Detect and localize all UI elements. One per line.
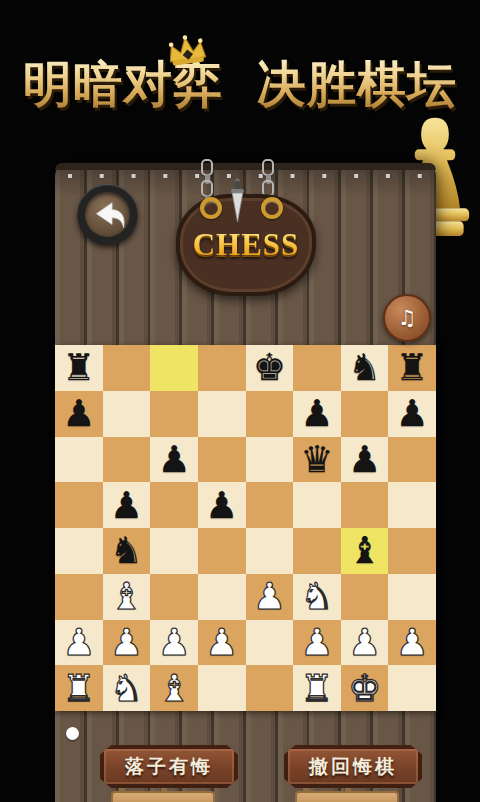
music-note-icon: ♫ — [398, 306, 417, 330]
square-f8[interactable] — [293, 345, 341, 391]
crown-icon — [164, 31, 211, 72]
undo-move-label: 撤回悔棋 — [309, 754, 397, 780]
square-g1[interactable]: ♚ — [341, 665, 389, 711]
square-h5[interactable] — [388, 482, 436, 528]
square-d8[interactable] — [198, 345, 246, 391]
piece-white-pawn[interactable]: ♟ — [293, 620, 341, 666]
piece-black-knight[interactable]: ♞ — [341, 345, 389, 391]
piece-white-king[interactable]: ♚ — [341, 665, 389, 711]
square-b1[interactable]: ♞ — [103, 665, 151, 711]
square-g8[interactable]: ♞ — [341, 345, 389, 391]
square-c6[interactable]: ♟ — [150, 437, 198, 483]
undo-allowed-label: 落子有悔 — [125, 754, 213, 780]
square-c5[interactable] — [150, 482, 198, 528]
square-g6[interactable]: ♟ — [341, 437, 389, 483]
square-b7[interactable] — [103, 391, 151, 437]
chess-board[interactable]: ♜♚♞♜♟♟♟♟♛♟♟♟♞♝♝♟♞♟♟♟♟♟♟♟♜♞♝♜♚ — [55, 345, 436, 711]
square-a6[interactable] — [55, 437, 103, 483]
piece-white-rook[interactable]: ♜ — [55, 665, 103, 711]
square-f5[interactable] — [293, 482, 341, 528]
square-e8[interactable]: ♚ — [246, 345, 294, 391]
piece-black-pawn[interactable]: ♟ — [150, 437, 198, 483]
move-indicator-dot — [66, 727, 79, 740]
piece-black-pawn[interactable]: ♟ — [341, 437, 389, 483]
piece-black-pawn[interactable]: ♟ — [55, 391, 103, 437]
square-f1[interactable]: ♜ — [293, 665, 341, 711]
back-arrow-icon — [87, 196, 129, 234]
square-f3[interactable]: ♞ — [293, 574, 341, 620]
square-h4[interactable] — [388, 528, 436, 574]
next-row-button-right-partial[interactable] — [295, 791, 399, 802]
square-b6[interactable] — [103, 437, 151, 483]
square-g4[interactable]: ♝ — [341, 528, 389, 574]
square-e2[interactable] — [246, 620, 294, 666]
game-title: 明暗对弈 决胜棋坛 — [0, 52, 480, 118]
square-a3[interactable] — [55, 574, 103, 620]
piece-black-rook[interactable]: ♜ — [55, 345, 103, 391]
music-button[interactable]: ♫ — [383, 294, 431, 342]
sign-ring-right-icon — [261, 197, 283, 219]
square-b3[interactable]: ♝ — [103, 574, 151, 620]
chess-sign-label: CHESS — [193, 227, 300, 263]
square-f7[interactable]: ♟ — [293, 391, 341, 437]
square-e4[interactable] — [246, 528, 294, 574]
square-g3[interactable] — [341, 574, 389, 620]
square-d1[interactable] — [198, 665, 246, 711]
piece-black-pawn[interactable]: ♟ — [103, 482, 151, 528]
piece-black-rook[interactable]: ♜ — [388, 345, 436, 391]
sign-ring-left-icon — [200, 197, 222, 219]
square-a2[interactable]: ♟ — [55, 620, 103, 666]
piece-black-king[interactable]: ♚ — [246, 345, 294, 391]
square-b4[interactable]: ♞ — [103, 528, 151, 574]
square-e5[interactable] — [246, 482, 294, 528]
piece-white-pawn[interactable]: ♟ — [388, 620, 436, 666]
piece-white-pawn[interactable]: ♟ — [150, 620, 198, 666]
square-e1[interactable] — [246, 665, 294, 711]
square-a1[interactable]: ♜ — [55, 665, 103, 711]
piece-black-queen[interactable]: ♛ — [293, 437, 341, 483]
square-d4[interactable] — [198, 528, 246, 574]
square-h6[interactable] — [388, 437, 436, 483]
next-row-button-left-partial[interactable] — [111, 791, 215, 802]
chess-sign: CHESS — [176, 194, 316, 296]
piece-white-pawn[interactable]: ♟ — [55, 620, 103, 666]
square-c7[interactable] — [150, 391, 198, 437]
square-d2[interactable]: ♟ — [198, 620, 246, 666]
square-c1[interactable]: ♝ — [150, 665, 198, 711]
piece-white-pawn[interactable]: ♟ — [246, 574, 294, 620]
piece-white-bishop[interactable]: ♝ — [103, 574, 151, 620]
nail-row — [61, 172, 434, 180]
square-h2[interactable]: ♟ — [388, 620, 436, 666]
square-d5[interactable]: ♟ — [198, 482, 246, 528]
piece-white-pawn[interactable]: ♟ — [341, 620, 389, 666]
app-screen: 明暗对弈 决胜棋坛 — [0, 0, 480, 802]
square-b2[interactable]: ♟ — [103, 620, 151, 666]
piece-white-rook[interactable]: ♜ — [293, 665, 341, 711]
dagger-icon — [229, 178, 246, 226]
square-c3[interactable] — [150, 574, 198, 620]
piece-black-bishop[interactable]: ♝ — [341, 528, 389, 574]
square-f4[interactable] — [293, 528, 341, 574]
square-f2[interactable]: ♟ — [293, 620, 341, 666]
square-f6[interactable]: ♛ — [293, 437, 341, 483]
square-d3[interactable] — [198, 574, 246, 620]
piece-black-pawn[interactable]: ♟ — [388, 391, 436, 437]
square-b5[interactable]: ♟ — [103, 482, 151, 528]
piece-white-pawn[interactable]: ♟ — [198, 620, 246, 666]
square-a5[interactable] — [55, 482, 103, 528]
piece-black-pawn[interactable]: ♟ — [293, 391, 341, 437]
square-g7[interactable] — [341, 391, 389, 437]
square-h8[interactable]: ♜ — [388, 345, 436, 391]
square-c2[interactable]: ♟ — [150, 620, 198, 666]
back-button[interactable] — [77, 184, 138, 245]
piece-white-pawn[interactable]: ♟ — [103, 620, 151, 666]
undo-allowed-button[interactable]: 落子有悔 — [100, 745, 238, 788]
square-d6[interactable] — [198, 437, 246, 483]
square-a7[interactable]: ♟ — [55, 391, 103, 437]
piece-white-knight[interactable]: ♞ — [103, 665, 151, 711]
square-e3[interactable]: ♟ — [246, 574, 294, 620]
piece-white-knight[interactable]: ♞ — [293, 574, 341, 620]
square-a4[interactable] — [55, 528, 103, 574]
square-h1[interactable] — [388, 665, 436, 711]
square-c8[interactable] — [150, 345, 198, 391]
piece-black-knight[interactable]: ♞ — [103, 528, 151, 574]
piece-black-pawn[interactable]: ♟ — [198, 482, 246, 528]
piece-white-bishop[interactable]: ♝ — [150, 665, 198, 711]
square-g5[interactable] — [341, 482, 389, 528]
square-e6[interactable] — [246, 437, 294, 483]
square-d7[interactable] — [198, 391, 246, 437]
square-c4[interactable] — [150, 528, 198, 574]
square-g2[interactable]: ♟ — [341, 620, 389, 666]
square-a8[interactable]: ♜ — [55, 345, 103, 391]
square-h3[interactable] — [388, 574, 436, 620]
undo-move-button[interactable]: 撤回悔棋 — [284, 745, 422, 788]
square-e7[interactable] — [246, 391, 294, 437]
square-b8[interactable] — [103, 345, 151, 391]
square-h7[interactable]: ♟ — [388, 391, 436, 437]
